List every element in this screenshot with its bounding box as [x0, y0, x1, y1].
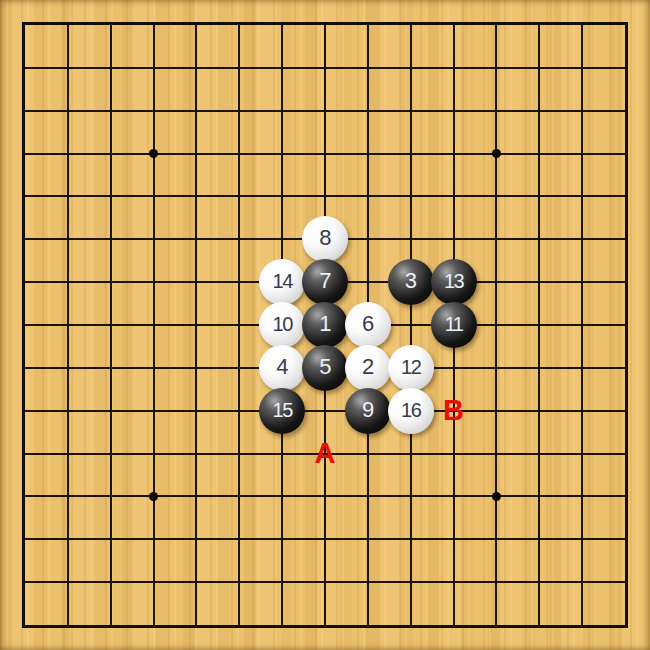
grid-vertical-line	[538, 25, 540, 625]
stone-move-number: 3	[405, 270, 417, 292]
gomoku-board[interactable]: 81473131016114521215916AB	[0, 0, 650, 650]
stone-move-number: 12	[401, 357, 420, 377]
stone-7-black: 7	[302, 259, 348, 305]
point-label-A[interactable]: A	[305, 434, 345, 474]
stone-12-white: 12	[388, 345, 434, 391]
stone-move-number: 4	[276, 356, 288, 378]
stone-1-black: 1	[302, 302, 348, 348]
stone-14-white: 14	[259, 259, 305, 305]
grid-vertical-line	[581, 25, 583, 625]
stone-move-number: 8	[319, 227, 331, 249]
stone-3-black: 3	[388, 259, 434, 305]
stone-16-white: 16	[388, 388, 434, 434]
stone-13-black: 13	[431, 259, 477, 305]
stone-15-black: 15	[259, 388, 305, 434]
stone-move-number: 14	[273, 271, 292, 291]
stone-move-number: 1	[319, 313, 331, 335]
stone-2-white: 2	[345, 345, 391, 391]
stone-11-black: 11	[431, 302, 477, 348]
stone-10-white: 10	[259, 302, 305, 348]
stone-4-white: 4	[259, 345, 305, 391]
grid-vertical-line	[495, 25, 497, 625]
grid-horizontal-line	[25, 581, 625, 583]
stone-move-number: 9	[362, 399, 374, 421]
stone-5-black: 5	[302, 345, 348, 391]
stone-move-number: 7	[319, 270, 331, 292]
point-label-B[interactable]: B	[434, 391, 474, 431]
stone-move-number: 10	[273, 314, 292, 334]
stone-8-white: 8	[302, 216, 348, 262]
grid-lines: 81473131016114521215916AB	[25, 25, 625, 625]
grid-horizontal-line	[25, 495, 625, 497]
grid-horizontal-line	[25, 410, 625, 412]
stone-move-number: 5	[319, 356, 331, 378]
stone-move-number: 16	[401, 400, 420, 420]
screenshot-stage: 81473131016114521215916AB	[0, 0, 650, 650]
stone-move-number: 13	[444, 271, 463, 291]
star-point	[149, 149, 158, 158]
stone-6-white: 6	[345, 302, 391, 348]
stone-move-number: 11	[445, 314, 463, 334]
grid-vertical-line	[410, 25, 412, 625]
star-point	[149, 492, 158, 501]
star-point	[492, 149, 501, 158]
stone-move-number: 15	[273, 400, 292, 420]
stone-move-number: 2	[362, 356, 374, 378]
star-point	[492, 492, 501, 501]
grid-horizontal-line	[25, 538, 625, 540]
stone-move-number: 6	[362, 313, 374, 335]
stone-9-black: 9	[345, 388, 391, 434]
